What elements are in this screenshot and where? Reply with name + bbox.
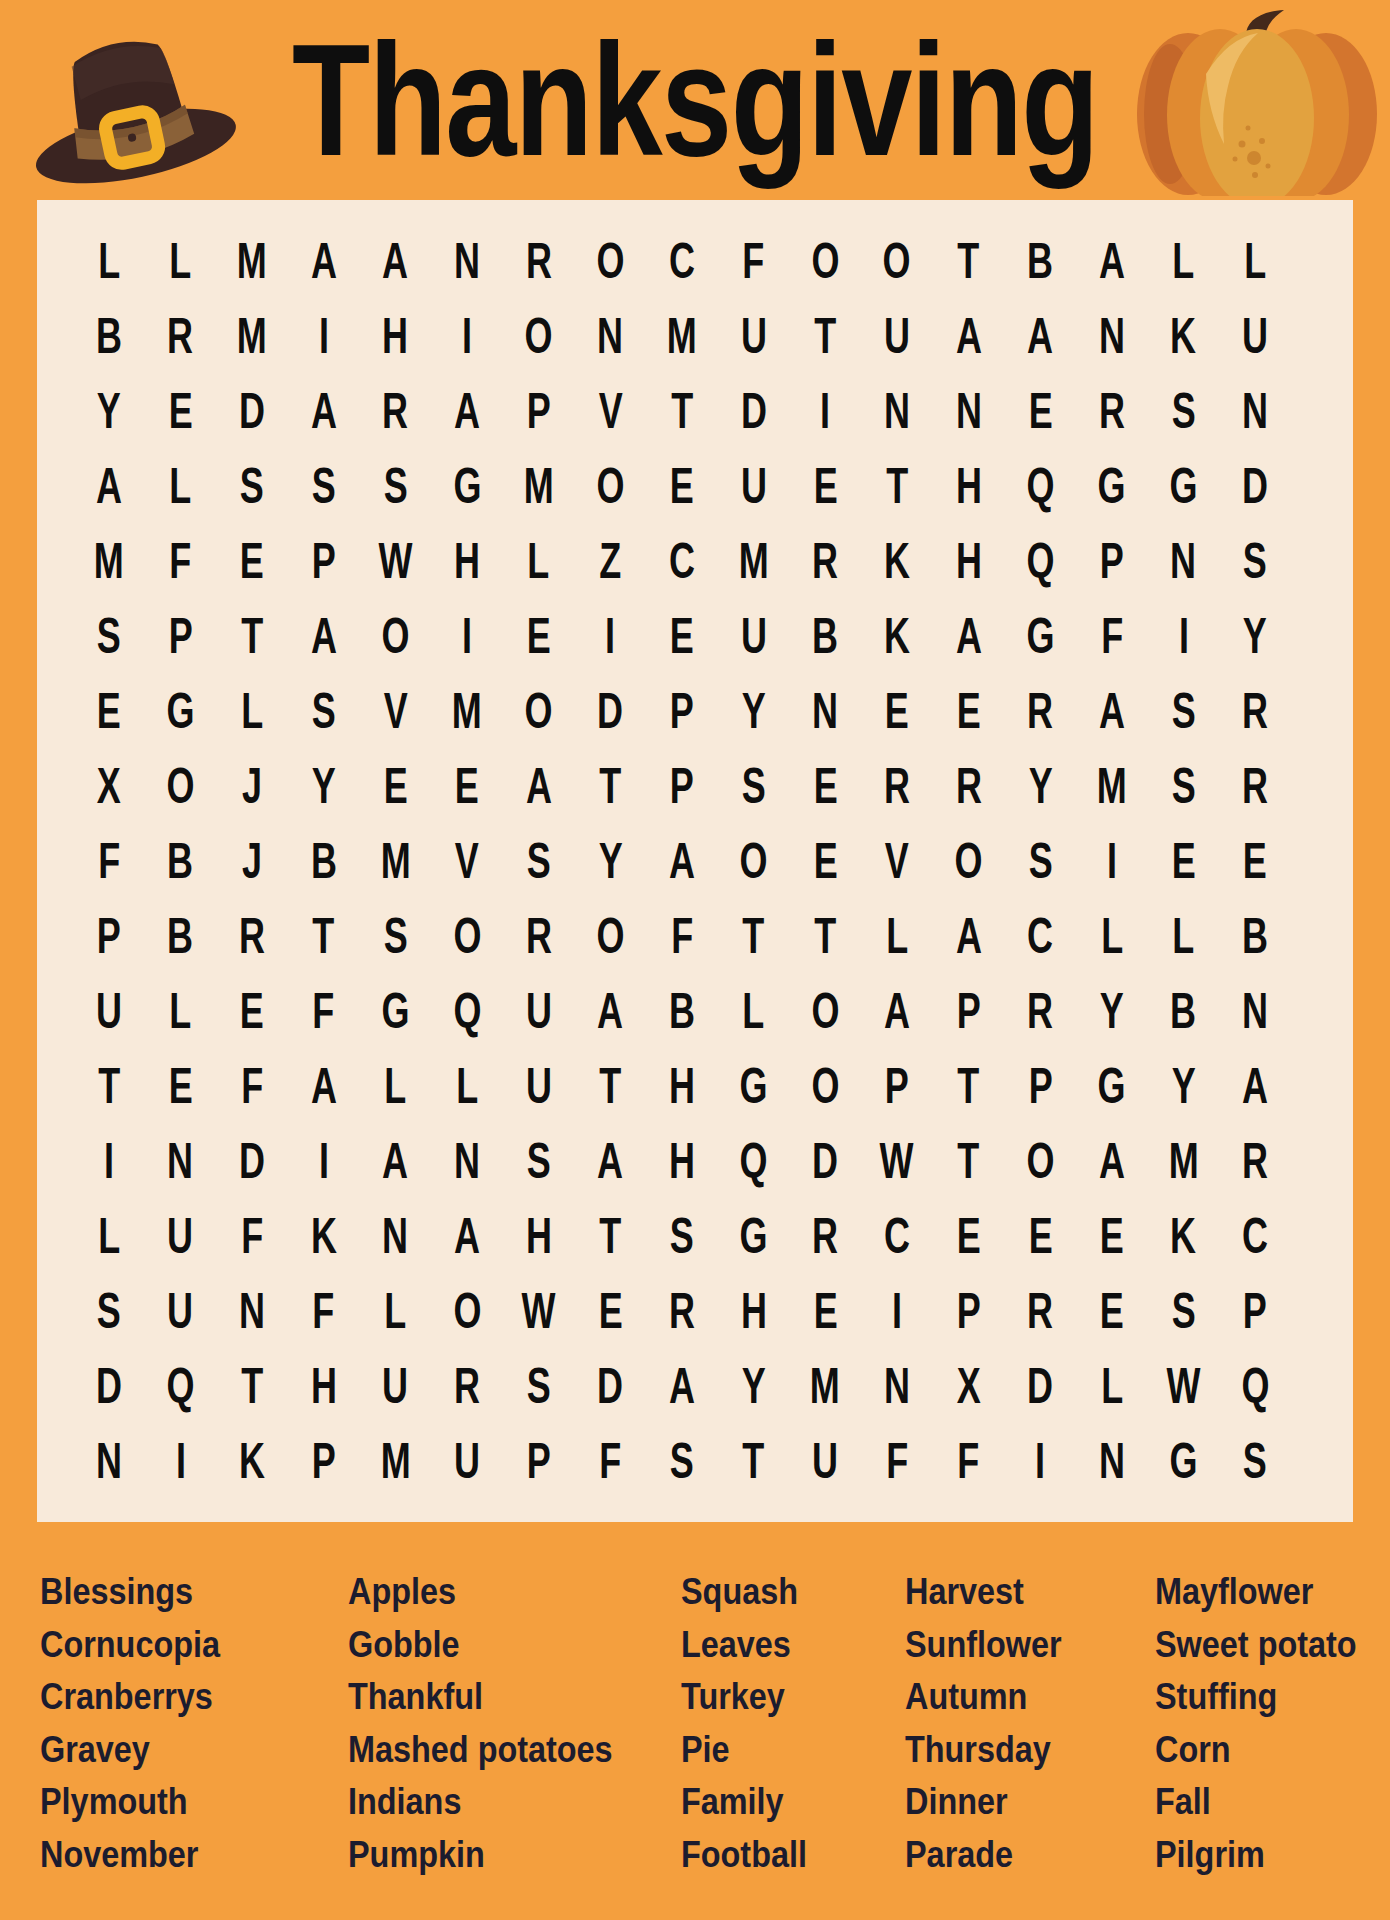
grid-cell[interactable]: L — [861, 898, 933, 973]
grid-cell[interactable]: F — [575, 1423, 647, 1498]
grid-cell[interactable]: R — [1004, 973, 1076, 1048]
grid-cell[interactable]: S — [360, 898, 432, 973]
grid-cell[interactable]: C — [646, 524, 718, 599]
grid-cell[interactable]: R — [216, 898, 288, 973]
grid-cell[interactable]: A — [503, 749, 575, 824]
grid-cell[interactable]: E — [145, 1048, 217, 1123]
grid-cell[interactable]: L — [145, 973, 217, 1048]
grid-cell[interactable]: P — [646, 674, 718, 749]
grid-cell[interactable]: K — [288, 1198, 360, 1273]
grid-cell[interactable]: X — [73, 749, 145, 824]
grid-cell[interactable]: E — [1219, 824, 1291, 899]
grid-cell[interactable]: H — [646, 1048, 718, 1123]
grid-cell[interactable]: L — [360, 1048, 432, 1123]
grid-cell[interactable]: K — [861, 524, 933, 599]
grid-cell[interactable]: O — [503, 674, 575, 749]
grid-cell[interactable]: P — [861, 1048, 933, 1123]
grid-cell[interactable]: L — [360, 1273, 432, 1348]
grid-cell[interactable]: N — [1219, 973, 1291, 1048]
grid-cell[interactable]: A — [646, 1348, 718, 1423]
grid-cell[interactable]: A — [431, 1198, 503, 1273]
grid-cell[interactable]: U — [503, 1048, 575, 1123]
grid-cell[interactable]: T — [933, 1123, 1005, 1198]
grid-cell[interactable]: O — [1004, 1123, 1076, 1198]
grid-cell[interactable]: G — [360, 973, 432, 1048]
grid-cell[interactable]: D — [718, 374, 790, 449]
grid-cell[interactable]: N — [861, 1348, 933, 1423]
grid-cell[interactable]: R — [1004, 1273, 1076, 1348]
grid-cell[interactable]: S — [1148, 674, 1220, 749]
grid-cell[interactable]: L — [73, 224, 145, 299]
grid-cell[interactable]: H — [933, 524, 1005, 599]
grid-cell[interactable]: A — [575, 1123, 647, 1198]
grid-letter: L — [886, 911, 908, 961]
grid-cell[interactable]: G — [718, 1048, 790, 1123]
grid-cell[interactable]: H — [288, 1348, 360, 1423]
grid-cell[interactable]: P — [288, 1423, 360, 1498]
grid-cell[interactable]: Y — [1219, 599, 1291, 674]
grid-cell[interactable]: L — [145, 224, 217, 299]
grid-cell[interactable]: E — [145, 374, 217, 449]
grid-cell[interactable]: M — [216, 299, 288, 374]
grid-cell[interactable]: L — [216, 674, 288, 749]
grid-cell[interactable]: B — [1004, 224, 1076, 299]
grid-cell[interactable]: U — [861, 299, 933, 374]
grid-cell[interactable]: L — [718, 973, 790, 1048]
grid-cell[interactable]: G — [1148, 1423, 1220, 1498]
grid-cell[interactable]: S — [1004, 824, 1076, 899]
grid-cell[interactable]: E — [503, 599, 575, 674]
grid-cell[interactable]: T — [575, 749, 647, 824]
grid-cell[interactable]: F — [646, 898, 718, 973]
grid-cell[interactable]: U — [718, 599, 790, 674]
grid-cell[interactable]: M — [1076, 749, 1148, 824]
grid-cell[interactable]: S — [503, 1348, 575, 1423]
grid-cell[interactable]: V — [360, 674, 432, 749]
grid-cell[interactable]: W — [503, 1273, 575, 1348]
grid-cell[interactable]: U — [145, 1198, 217, 1273]
grid-cell[interactable]: P — [503, 1423, 575, 1498]
grid-cell[interactable]: N — [145, 1123, 217, 1198]
grid-cell[interactable]: E — [575, 1273, 647, 1348]
grid-cell[interactable]: T — [933, 1048, 1005, 1123]
grid-cell[interactable]: S — [503, 1123, 575, 1198]
grid-cell[interactable]: F — [1076, 599, 1148, 674]
grid-cell[interactable]: O — [718, 824, 790, 899]
grid-cell[interactable]: M — [360, 824, 432, 899]
grid-cell[interactable]: E — [789, 1273, 861, 1348]
grid-cell[interactable]: I — [73, 1123, 145, 1198]
grid-cell[interactable]: G — [1004, 599, 1076, 674]
grid-cell[interactable]: D — [1219, 449, 1291, 524]
grid-cell[interactable]: S — [646, 1423, 718, 1498]
grid-cell[interactable]: F — [216, 1198, 288, 1273]
grid-cell[interactable]: O — [575, 898, 647, 973]
word-list-item: Harvest — [905, 1566, 1062, 1619]
grid-cell[interactable]: S — [1219, 524, 1291, 599]
grid-cell[interactable]: A — [288, 599, 360, 674]
grid-cell[interactable]: Q — [1004, 524, 1076, 599]
grid-cell[interactable]: A — [288, 374, 360, 449]
grid-cell[interactable]: T — [73, 1048, 145, 1123]
grid-cell[interactable]: C — [861, 1198, 933, 1273]
grid-cell[interactable]: A — [933, 299, 1005, 374]
grid-cell[interactable]: O — [861, 224, 933, 299]
grid-cell[interactable]: S — [73, 1273, 145, 1348]
grid-cell[interactable]: U — [789, 1423, 861, 1498]
grid-cell[interactable]: U — [431, 1423, 503, 1498]
grid-cell[interactable]: R — [861, 749, 933, 824]
grid-cell[interactable]: O — [789, 1048, 861, 1123]
grid-cell[interactable]: R — [431, 1348, 503, 1423]
grid-cell[interactable]: Y — [1148, 1048, 1220, 1123]
grid-cell[interactable]: A — [1076, 224, 1148, 299]
grid-letter: O — [596, 236, 624, 286]
grid-cell[interactable]: L — [145, 449, 217, 524]
grid-cell[interactable]: M — [360, 1423, 432, 1498]
grid-cell[interactable]: B — [145, 824, 217, 899]
grid-cell[interactable]: Y — [73, 374, 145, 449]
grid-cell[interactable]: R — [1219, 749, 1291, 824]
grid-cell[interactable]: H — [933, 449, 1005, 524]
grid-cell[interactable]: Q — [145, 1348, 217, 1423]
grid-cell[interactable]: F — [145, 524, 217, 599]
grid-cell[interactable]: F — [73, 824, 145, 899]
grid-cell[interactable]: V — [431, 824, 503, 899]
grid-cell[interactable]: U — [1219, 299, 1291, 374]
grid-cell[interactable]: A — [288, 1048, 360, 1123]
grid-cell[interactable]: D — [1004, 1348, 1076, 1423]
grid-cell[interactable]: R — [789, 1198, 861, 1273]
grid-cell[interactable]: E — [360, 749, 432, 824]
grid-cell[interactable]: Q — [1219, 1348, 1291, 1423]
grid-cell[interactable]: A — [575, 973, 647, 1048]
grid-cell[interactable]: S — [646, 1198, 718, 1273]
grid-cell[interactable]: R — [503, 898, 575, 973]
grid-cell[interactable]: N — [1076, 1423, 1148, 1498]
grid-cell[interactable]: S — [288, 449, 360, 524]
grid-cell[interactable]: Y — [575, 824, 647, 899]
grid-cell[interactable]: N — [1219, 374, 1291, 449]
grid-cell[interactable]: B — [646, 973, 718, 1048]
grid-cell[interactable]: H — [718, 1273, 790, 1348]
grid-cell[interactable]: L — [503, 524, 575, 599]
grid-cell[interactable]: S — [216, 449, 288, 524]
grid-cell[interactable]: P — [288, 524, 360, 599]
grid-cell[interactable]: F — [216, 1048, 288, 1123]
grid-cell[interactable]: E — [1004, 1198, 1076, 1273]
grid-cell[interactable]: I — [288, 1123, 360, 1198]
grid-cell[interactable]: T — [216, 1348, 288, 1423]
grid-letter: U — [382, 1361, 408, 1411]
grid-cell[interactable]: O — [431, 1273, 503, 1348]
grid-cell[interactable]: T — [718, 1423, 790, 1498]
grid-cell[interactable]: I — [431, 599, 503, 674]
grid-cell[interactable]: S — [1148, 374, 1220, 449]
grid-cell[interactable]: H — [431, 524, 503, 599]
grid-cell[interactable]: A — [288, 224, 360, 299]
grid-cell[interactable]: K — [1148, 299, 1220, 374]
grid-letter: E — [97, 686, 121, 736]
grid-cell[interactable]: E — [216, 973, 288, 1048]
grid-cell[interactable]: L — [1148, 224, 1220, 299]
grid-cell[interactable]: M — [503, 449, 575, 524]
grid-cell[interactable]: H — [503, 1198, 575, 1273]
grid-cell[interactable]: Q — [718, 1123, 790, 1198]
grid-cell[interactable]: M — [1148, 1123, 1220, 1198]
grid-cell[interactable]: E — [1148, 824, 1220, 899]
grid-cell[interactable]: M — [431, 674, 503, 749]
grid-cell[interactable]: G — [1076, 1048, 1148, 1123]
grid-cell[interactable]: R — [933, 749, 1005, 824]
grid-cell[interactable]: P — [933, 973, 1005, 1048]
grid-cell[interactable]: Q — [1004, 449, 1076, 524]
grid-cell[interactable]: E — [646, 599, 718, 674]
grid-cell[interactable]: F — [933, 1423, 1005, 1498]
grid-cell[interactable]: L — [1148, 898, 1220, 973]
grid-cell[interactable]: G — [1076, 449, 1148, 524]
grid-cell[interactable]: D — [575, 674, 647, 749]
grid-cell[interactable]: C — [1219, 1198, 1291, 1273]
grid-cell[interactable]: E — [1076, 1273, 1148, 1348]
grid-cell[interactable]: F — [288, 1273, 360, 1348]
grid-cell[interactable]: L — [73, 1198, 145, 1273]
grid-cell[interactable]: H — [360, 299, 432, 374]
grid-cell[interactable]: D — [216, 374, 288, 449]
grid-cell[interactable]: C — [1004, 898, 1076, 973]
grid-letter: R — [1242, 686, 1268, 736]
grid-cell[interactable]: L — [1076, 898, 1148, 973]
grid-cell[interactable]: W — [360, 524, 432, 599]
grid-cell[interactable]: H — [646, 1123, 718, 1198]
grid-cell[interactable]: O — [360, 599, 432, 674]
grid-cell[interactable]: G — [718, 1198, 790, 1273]
grid-cell[interactable]: R — [503, 224, 575, 299]
grid-cell[interactable]: S — [1148, 749, 1220, 824]
grid-cell[interactable]: K — [216, 1423, 288, 1498]
grid-cell[interactable]: E — [789, 749, 861, 824]
grid-cell[interactable]: P — [145, 599, 217, 674]
grid-cell[interactable]: U — [503, 973, 575, 1048]
grid-cell[interactable]: R — [789, 524, 861, 599]
grid-cell[interactable]: W — [861, 1123, 933, 1198]
grid-cell[interactable]: R — [1219, 674, 1291, 749]
grid-letter: R — [526, 911, 552, 961]
grid-cell[interactable]: P — [1004, 1048, 1076, 1123]
grid-cell[interactable]: G — [431, 449, 503, 524]
grid-cell[interactable]: Q — [431, 973, 503, 1048]
grid-cell[interactable]: P — [646, 749, 718, 824]
grid-letter: S — [742, 761, 766, 811]
grid-cell[interactable]: Y — [1076, 973, 1148, 1048]
grid-cell[interactable]: A — [933, 599, 1005, 674]
grid-cell[interactable]: M — [73, 524, 145, 599]
grid-cell[interactable]: W — [1148, 1348, 1220, 1423]
grid-cell[interactable]: N — [431, 224, 503, 299]
grid-cell[interactable]: N — [575, 299, 647, 374]
grid-cell[interactable]: N — [431, 1123, 503, 1198]
grid-cell[interactable]: U — [718, 299, 790, 374]
grid-cell[interactable]: N — [861, 374, 933, 449]
grid-cell[interactable]: O — [789, 973, 861, 1048]
grid-cell[interactable]: T — [575, 1198, 647, 1273]
grid-cell[interactable]: S — [1219, 1423, 1291, 1498]
grid-cell[interactable]: A — [646, 824, 718, 899]
grid-cell[interactable]: B — [73, 299, 145, 374]
grid-cell[interactable]: N — [933, 374, 1005, 449]
grid-cell[interactable]: I — [1148, 599, 1220, 674]
grid-cell[interactable]: B — [145, 898, 217, 973]
grid-letter: E — [670, 611, 694, 661]
grid-cell[interactable]: O — [145, 749, 217, 824]
grid-cell[interactable]: I — [575, 599, 647, 674]
grid-cell[interactable]: A — [1076, 674, 1148, 749]
grid-cell[interactable]: E — [933, 1198, 1005, 1273]
grid-cell[interactable]: M — [718, 524, 790, 599]
grid-cell[interactable]: I — [431, 299, 503, 374]
grid-cell[interactable]: T — [789, 898, 861, 973]
grid-cell[interactable]: U — [718, 449, 790, 524]
grid-cell[interactable]: A — [431, 374, 503, 449]
grid-cell[interactable]: E — [861, 674, 933, 749]
grid-cell[interactable]: I — [789, 374, 861, 449]
grid-cell[interactable]: B — [288, 824, 360, 899]
grid-cell[interactable]: I — [288, 299, 360, 374]
grid-cell[interactable]: X — [933, 1348, 1005, 1423]
grid-cell[interactable]: G — [145, 674, 217, 749]
grid-cell[interactable]: I — [1076, 824, 1148, 899]
grid-cell[interactable]: Y — [718, 674, 790, 749]
grid-cell[interactable]: G — [1148, 449, 1220, 524]
grid-cell[interactable]: J — [216, 749, 288, 824]
grid-cell[interactable]: T — [789, 299, 861, 374]
grid-cell[interactable]: R — [360, 374, 432, 449]
grid-cell[interactable]: P — [1076, 524, 1148, 599]
grid-cell[interactable]: P — [1219, 1273, 1291, 1348]
grid-cell[interactable]: V — [575, 374, 647, 449]
grid-cell[interactable]: F — [718, 224, 790, 299]
grid-cell[interactable]: T — [288, 898, 360, 973]
grid-cell[interactable]: F — [288, 973, 360, 1048]
grid-cell[interactable]: D — [789, 1123, 861, 1198]
grid-cell[interactable]: A — [1219, 1048, 1291, 1123]
grid-cell[interactable]: I — [1004, 1423, 1076, 1498]
grid-letter: G — [740, 1211, 768, 1261]
grid-cell[interactable]: N — [1148, 524, 1220, 599]
grid-cell[interactable]: S — [73, 599, 145, 674]
grid-cell[interactable]: I — [145, 1423, 217, 1498]
grid-cell[interactable]: T — [861, 449, 933, 524]
grid-cell[interactable]: K — [861, 599, 933, 674]
grid-cell[interactable]: D — [73, 1348, 145, 1423]
grid-cell[interactable]: E — [1004, 374, 1076, 449]
grid-cell[interactable]: R — [1076, 374, 1148, 449]
grid-cell[interactable]: E — [1076, 1198, 1148, 1273]
grid-cell[interactable]: T — [718, 898, 790, 973]
grid-cell[interactable]: A — [360, 1123, 432, 1198]
grid-cell[interactable]: Y — [1004, 749, 1076, 824]
grid-cell[interactable]: E — [216, 524, 288, 599]
grid-cell[interactable]: E — [789, 824, 861, 899]
grid-cell[interactable]: S — [1148, 1273, 1220, 1348]
grid-cell[interactable]: F — [861, 1423, 933, 1498]
grid-cell[interactable]: E — [73, 674, 145, 749]
grid-cell[interactable]: A — [1076, 1123, 1148, 1198]
grid-cell[interactable]: U — [73, 973, 145, 1048]
grid-cell[interactable]: J — [216, 824, 288, 899]
grid-cell[interactable]: M — [789, 1348, 861, 1423]
grid-cell[interactable]: S — [288, 674, 360, 749]
grid-cell[interactable]: M — [216, 224, 288, 299]
grid-cell[interactable]: U — [360, 1348, 432, 1423]
grid-cell[interactable]: S — [718, 749, 790, 824]
grid-cell[interactable]: A — [933, 898, 1005, 973]
grid-cell[interactable]: S — [360, 449, 432, 524]
grid-cell[interactable]: E — [933, 674, 1005, 749]
grid-cell[interactable]: T — [646, 374, 718, 449]
grid-cell[interactable]: L — [431, 1048, 503, 1123]
grid-cell[interactable]: A — [861, 973, 933, 1048]
grid-cell[interactable]: P — [503, 374, 575, 449]
grid-cell[interactable]: N — [73, 1423, 145, 1498]
grid-cell[interactable]: O — [575, 224, 647, 299]
grid-cell[interactable]: E — [431, 749, 503, 824]
grid-cell[interactable]: B — [789, 599, 861, 674]
grid-cell[interactable]: M — [646, 299, 718, 374]
grid-cell[interactable]: S — [503, 824, 575, 899]
grid-cell[interactable]: L — [1219, 224, 1291, 299]
grid-cell[interactable]: P — [73, 898, 145, 973]
grid-cell[interactable]: R — [1219, 1123, 1291, 1198]
grid-cell[interactable]: Y — [718, 1348, 790, 1423]
grid-cell[interactable]: B — [1148, 973, 1220, 1048]
grid-letter: T — [743, 1436, 765, 1486]
grid-cell[interactable]: U — [145, 1273, 217, 1348]
grid-cell[interactable]: D — [575, 1348, 647, 1423]
grid-cell[interactable]: O — [503, 299, 575, 374]
grid-cell[interactable]: A — [1004, 299, 1076, 374]
grid-cell[interactable]: E — [646, 449, 718, 524]
grid-cell[interactable]: B — [1219, 898, 1291, 973]
grid-cell[interactable]: O — [933, 824, 1005, 899]
grid-cell[interactable]: N — [360, 1198, 432, 1273]
grid-cell[interactable]: T — [216, 599, 288, 674]
grid-cell[interactable]: C — [646, 224, 718, 299]
grid-cell[interactable]: R — [1004, 674, 1076, 749]
grid-cell[interactable]: R — [646, 1273, 718, 1348]
grid-cell[interactable]: N — [216, 1273, 288, 1348]
grid-cell[interactable]: L — [1076, 1348, 1148, 1423]
grid-cell[interactable]: P — [933, 1273, 1005, 1348]
grid-cell[interactable]: N — [1076, 299, 1148, 374]
grid-cell[interactable]: A — [73, 449, 145, 524]
grid-cell[interactable]: D — [216, 1123, 288, 1198]
grid-cell[interactable]: O — [789, 224, 861, 299]
grid-cell[interactable]: K — [1148, 1198, 1220, 1273]
grid-cell[interactable]: O — [575, 449, 647, 524]
grid-cell[interactable]: N — [789, 674, 861, 749]
grid-cell[interactable]: T — [933, 224, 1005, 299]
grid-cell[interactable]: Z — [575, 524, 647, 599]
grid-cell[interactable]: Y — [288, 749, 360, 824]
grid-cell[interactable]: O — [431, 898, 503, 973]
grid-cell[interactable]: E — [789, 449, 861, 524]
grid-cell[interactable]: R — [145, 299, 217, 374]
grid-cell[interactable]: A — [360, 224, 432, 299]
grid-cell[interactable]: I — [861, 1273, 933, 1348]
grid-cell[interactable]: V — [861, 824, 933, 899]
grid-cell[interactable]: T — [575, 1048, 647, 1123]
